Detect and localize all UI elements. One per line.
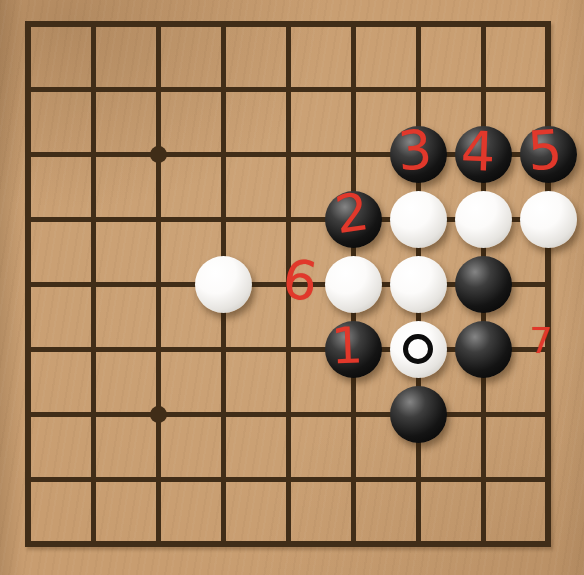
star-point (150, 146, 167, 163)
stone-white[interactable] (390, 191, 447, 248)
stone-white[interactable] (520, 191, 577, 248)
stone-white[interactable] (325, 256, 382, 313)
circle-marker (403, 334, 433, 364)
star-point (150, 406, 167, 423)
stone-black[interactable] (390, 386, 447, 443)
stone-black[interactable] (325, 191, 382, 248)
stone-black[interactable] (455, 126, 512, 183)
stone-white[interactable] (390, 321, 447, 378)
stone-black[interactable] (455, 256, 512, 313)
stone-white[interactable] (390, 256, 447, 313)
stone-black[interactable] (325, 321, 382, 378)
stone-black[interactable] (520, 126, 577, 183)
stone-white[interactable] (455, 191, 512, 248)
stone-black[interactable] (390, 126, 447, 183)
stone-white[interactable] (195, 256, 252, 313)
go-board-screen: 1234567 (0, 0, 584, 575)
stone-black[interactable] (455, 321, 512, 378)
